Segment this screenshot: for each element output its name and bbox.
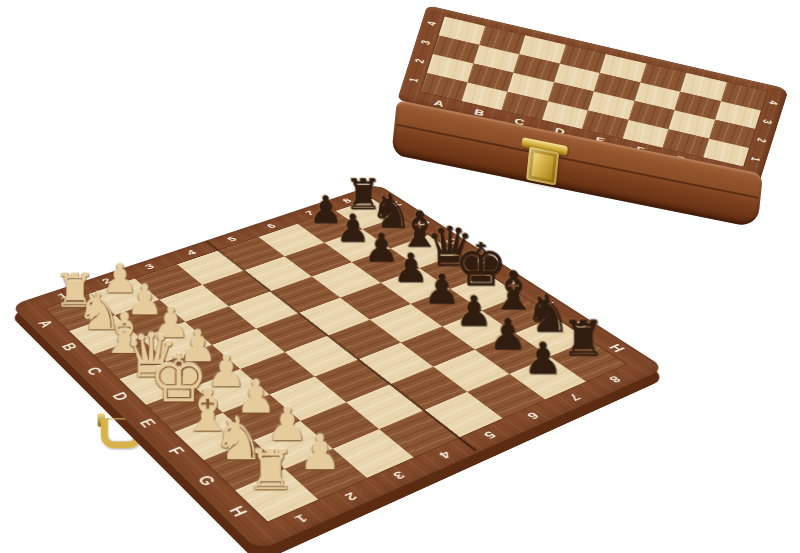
file-label-far-a-text: A: [386, 200, 404, 208]
file-label-far-f-text: F: [537, 298, 556, 307]
box-rank-label-right-3-text: 3: [761, 119, 774, 125]
box-rank-label-left-4-text: 4: [425, 21, 438, 27]
rank-label-h-6-text: 6: [525, 410, 543, 421]
rank-label-a-6-text: 6: [265, 222, 279, 229]
box-rank-label-left-2-text: 2: [413, 58, 426, 64]
rank-label-h-5-text: 5: [482, 429, 500, 440]
file-label-far-d-text: D: [473, 256, 492, 265]
box-rank-label-right-1: 1: [743, 148, 769, 171]
rank-label-a-1-text: 1: [56, 291, 70, 300]
file-label-near-a-text: A: [35, 319, 56, 330]
brass-clasp-icon: [523, 138, 563, 186]
rank-label-h-1-text: 1: [293, 512, 311, 525]
box-rank-label-right-2-text: 2: [756, 137, 769, 143]
file-label-far-h-text: H: [607, 342, 628, 353]
box-rank-label-left-1-text: 1: [408, 77, 421, 83]
file-label-near-c-text: C: [83, 365, 105, 377]
file-label-far-g-text: G: [571, 319, 592, 330]
file-label-near-e-text: E: [136, 417, 158, 429]
file-label-near-g-text: G: [194, 473, 218, 488]
file-label-near-f-text: F: [165, 445, 187, 457]
rank-label-h-2-text: 2: [343, 491, 361, 503]
rank-label-h-8-text: 8: [607, 374, 624, 384]
box-rank-label-right-1-text: 1: [750, 156, 763, 162]
file-label-near-b-text: B: [59, 341, 80, 352]
box-rank-label-left-3-text: 3: [419, 39, 432, 45]
rank-label-a-2-text: 2: [100, 276, 114, 284]
file-label-far-b-text: B: [414, 218, 433, 227]
rank-label-a-7-text: 7: [303, 209, 317, 216]
rank-label-h-7-text: 7: [567, 392, 584, 402]
file-label-far-e-text: E: [504, 276, 523, 285]
rank-label-a-3-text: 3: [143, 262, 157, 270]
box-file-label-a-text: A: [433, 98, 445, 108]
file-label-near-h-text: H: [226, 504, 251, 519]
rank-label-a-5-text: 5: [225, 235, 239, 243]
rank-label-h-4-text: 4: [437, 449, 455, 461]
product-photo: ABCDEFGH 4321 4321 ABCDEFGH ABCDEFGH 876…: [0, 0, 800, 553]
clasp-plate: [526, 147, 559, 186]
box-rank-label-right-4-text: 4: [767, 100, 780, 106]
rank-label-h-3-text: 3: [391, 469, 409, 481]
file-label-near-d-text: D: [109, 391, 131, 403]
rank-label-a-8-text: 8: [340, 197, 353, 204]
rank-label-a-4-text: 4: [185, 248, 199, 256]
file-label-far-c-text: C: [443, 237, 462, 246]
